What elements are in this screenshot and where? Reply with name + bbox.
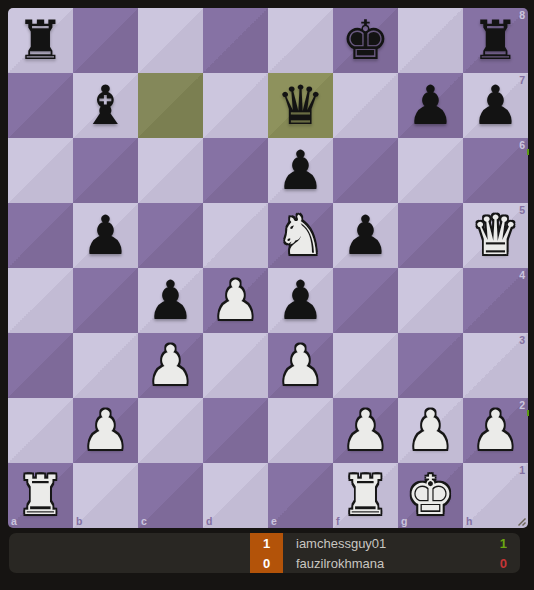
- square-h6[interactable]: 6: [463, 138, 528, 203]
- scoreboard-rows: iamchessguy01 1 fauzilrokhmana 0: [283, 533, 520, 573]
- rank-label-4: 4: [519, 270, 525, 281]
- square-b3[interactable]: [73, 333, 138, 398]
- square-a2[interactable]: [8, 398, 73, 463]
- square-g3[interactable]: [398, 333, 463, 398]
- square-g7[interactable]: ♟: [398, 73, 463, 138]
- score-column: 1 0: [250, 533, 283, 573]
- square-e8[interactable]: [268, 8, 333, 73]
- square-c3[interactable]: ♟: [138, 333, 203, 398]
- square-d3[interactable]: [203, 333, 268, 398]
- square-g2[interactable]: ♟: [398, 398, 463, 463]
- piece-black-pawn[interactable]: ♟: [73, 203, 138, 268]
- square-a8[interactable]: ♜: [8, 8, 73, 73]
- piece-white-pawn[interactable]: ♟: [463, 398, 528, 463]
- piece-white-king[interactable]: ♚: [398, 463, 463, 528]
- square-b8[interactable]: [73, 8, 138, 73]
- square-e7[interactable]: ♛: [268, 73, 333, 138]
- square-g6[interactable]: [398, 138, 463, 203]
- square-f6[interactable]: [333, 138, 398, 203]
- square-d2[interactable]: [203, 398, 268, 463]
- piece-white-pawn[interactable]: ♟: [398, 398, 463, 463]
- square-f8[interactable]: ♚: [333, 8, 398, 73]
- square-d5[interactable]: [203, 203, 268, 268]
- square-b2[interactable]: ♟: [73, 398, 138, 463]
- square-a5[interactable]: [8, 203, 73, 268]
- file-label-h: h: [466, 516, 472, 527]
- piece-black-pawn[interactable]: ♟: [268, 138, 333, 203]
- player-name-bottom[interactable]: fauzilrokhmana: [283, 556, 500, 571]
- page: ♜♚8♜♝♛♟7♟♟6♟♞♟5♛♟♟♟4♟♟3♟♟♟2♟a♜bcdef♜g♚h1…: [0, 0, 534, 590]
- square-g5[interactable]: [398, 203, 463, 268]
- piece-black-pawn[interactable]: ♟: [398, 73, 463, 138]
- piece-white-pawn[interactable]: ♟: [203, 268, 268, 333]
- file-label-b: b: [76, 516, 82, 527]
- square-d6[interactable]: [203, 138, 268, 203]
- square-c2[interactable]: [138, 398, 203, 463]
- rank-label-1: 1: [519, 465, 525, 476]
- square-e4[interactable]: ♟: [268, 268, 333, 333]
- square-h7[interactable]: 7♟: [463, 73, 528, 138]
- square-c6[interactable]: [138, 138, 203, 203]
- chess-board: ♜♚8♜♝♛♟7♟♟6♟♞♟5♛♟♟♟4♟♟3♟♟♟2♟a♜bcdef♜g♚h1: [8, 8, 528, 528]
- square-d8[interactable]: [203, 8, 268, 73]
- file-label-d: d: [206, 516, 212, 527]
- square-d1[interactable]: d: [203, 463, 268, 528]
- square-a4[interactable]: [8, 268, 73, 333]
- piece-white-queen[interactable]: ♛: [463, 203, 528, 268]
- scoreboard-spacer: [9, 533, 250, 573]
- square-b1[interactable]: b: [73, 463, 138, 528]
- square-e1[interactable]: e: [268, 463, 333, 528]
- square-e3[interactable]: ♟: [268, 333, 333, 398]
- square-e5[interactable]: ♞: [268, 203, 333, 268]
- square-f1[interactable]: f♜: [333, 463, 398, 528]
- square-f7[interactable]: [333, 73, 398, 138]
- square-d7[interactable]: [203, 73, 268, 138]
- rank-label-3: 3: [519, 335, 525, 346]
- square-c8[interactable]: [138, 8, 203, 73]
- piece-black-bishop[interactable]: ♝: [73, 73, 138, 138]
- square-c1[interactable]: c: [138, 463, 203, 528]
- square-e2[interactable]: [268, 398, 333, 463]
- square-d4[interactable]: ♟: [203, 268, 268, 333]
- piece-black-king[interactable]: ♚: [333, 8, 398, 73]
- square-h5[interactable]: 5♛: [463, 203, 528, 268]
- square-h3[interactable]: 3: [463, 333, 528, 398]
- square-c5[interactable]: [138, 203, 203, 268]
- scoreboard-row[interactable]: fauzilrokhmana 0: [283, 553, 520, 573]
- square-h8[interactable]: 8♜: [463, 8, 528, 73]
- piece-white-rook[interactable]: ♜: [8, 463, 73, 528]
- square-c4[interactable]: ♟: [138, 268, 203, 333]
- rank-label-6: 6: [519, 140, 525, 151]
- piece-white-pawn[interactable]: ♟: [268, 333, 333, 398]
- square-b6[interactable]: [73, 138, 138, 203]
- square-a6[interactable]: [8, 138, 73, 203]
- result-top: 1: [500, 536, 520, 551]
- player-name-top[interactable]: iamchessguy01: [283, 536, 500, 551]
- square-e6[interactable]: ♟: [268, 138, 333, 203]
- square-b5[interactable]: ♟: [73, 203, 138, 268]
- square-b4[interactable]: [73, 268, 138, 333]
- piece-white-pawn[interactable]: ♟: [73, 398, 138, 463]
- square-g8[interactable]: [398, 8, 463, 73]
- piece-white-pawn[interactable]: ♟: [138, 333, 203, 398]
- score-player-top: 1: [250, 533, 283, 553]
- board-resize-handle[interactable]: [515, 515, 527, 527]
- piece-black-rook[interactable]: ♜: [8, 8, 73, 73]
- piece-black-pawn[interactable]: ♟: [333, 203, 398, 268]
- piece-black-pawn[interactable]: ♟: [268, 268, 333, 333]
- square-g1[interactable]: g♚: [398, 463, 463, 528]
- piece-black-pawn[interactable]: ♟: [138, 268, 203, 333]
- square-c7[interactable]: [138, 73, 203, 138]
- piece-black-pawn[interactable]: ♟: [463, 73, 528, 138]
- piece-black-queen[interactable]: ♛: [268, 73, 333, 138]
- file-label-c: c: [141, 516, 147, 527]
- score-player-bottom: 0: [250, 553, 283, 573]
- edge-marker: [527, 149, 529, 155]
- square-h4[interactable]: 4: [463, 268, 528, 333]
- square-a1[interactable]: a♜: [8, 463, 73, 528]
- square-g4[interactable]: [398, 268, 463, 333]
- square-f5[interactable]: ♟: [333, 203, 398, 268]
- square-f2[interactable]: ♟: [333, 398, 398, 463]
- square-f3[interactable]: [333, 333, 398, 398]
- square-f4[interactable]: [333, 268, 398, 333]
- piece-white-knight[interactable]: ♞: [268, 203, 333, 268]
- piece-white-pawn[interactable]: ♟: [333, 398, 398, 463]
- square-a7[interactable]: [8, 73, 73, 138]
- game-scoreboard: 1 0 iamchessguy01 1 fauzilrokhmana 0: [9, 533, 520, 573]
- piece-white-rook[interactable]: ♜: [333, 463, 398, 528]
- edge-marker: [527, 410, 529, 416]
- piece-black-rook[interactable]: ♜: [463, 8, 528, 73]
- scoreboard-row[interactable]: iamchessguy01 1: [283, 533, 520, 553]
- square-h2[interactable]: 2♟: [463, 398, 528, 463]
- result-bottom: 0: [500, 556, 520, 571]
- file-label-e: e: [271, 516, 277, 527]
- square-b7[interactable]: ♝: [73, 73, 138, 138]
- square-a3[interactable]: [8, 333, 73, 398]
